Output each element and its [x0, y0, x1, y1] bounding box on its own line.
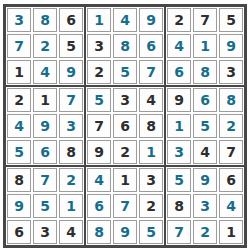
cell-r5c5[interactable]: 6: [113, 114, 137, 138]
cell-r5c3[interactable]: 3: [59, 114, 83, 138]
cell-r4c8[interactable]: 6: [193, 88, 217, 112]
cell-r8c9[interactable]: 4: [219, 194, 243, 218]
cell-r1c4[interactable]: 1: [87, 8, 111, 32]
cell-r5c1[interactable]: 4: [7, 114, 31, 138]
cell-r4c7[interactable]: 9: [167, 88, 191, 112]
cell-r6c1[interactable]: 5: [7, 140, 31, 164]
cell-r3c6[interactable]: 7: [139, 60, 163, 84]
cell-r3c4[interactable]: 2: [87, 60, 111, 84]
cell-r9c9[interactable]: 1: [219, 220, 243, 244]
cell-r2c5[interactable]: 8: [113, 34, 137, 58]
sudoku-box-3: 275419683: [165, 6, 245, 86]
cell-r7c6[interactable]: 3: [139, 168, 163, 192]
cell-r9c1[interactable]: 6: [7, 220, 31, 244]
cell-r8c3[interactable]: 1: [59, 194, 83, 218]
cell-r5c8[interactable]: 5: [193, 114, 217, 138]
cell-r2c4[interactable]: 3: [87, 34, 111, 58]
sudoku-box-5: 534768921: [85, 86, 165, 166]
cell-r1c9[interactable]: 5: [219, 8, 243, 32]
cell-r1c3[interactable]: 6: [59, 8, 83, 32]
sudoku-box-7: 872951634: [5, 166, 85, 246]
cell-r6c5[interactable]: 2: [113, 140, 137, 164]
cell-r2c2[interactable]: 2: [33, 34, 57, 58]
cell-r9c4[interactable]: 8: [87, 220, 111, 244]
cell-r9c2[interactable]: 3: [33, 220, 57, 244]
cell-r4c1[interactable]: 2: [7, 88, 31, 112]
cell-r6c6[interactable]: 1: [139, 140, 163, 164]
cell-r7c2[interactable]: 7: [33, 168, 57, 192]
cell-r5c7[interactable]: 1: [167, 114, 191, 138]
cell-r3c8[interactable]: 8: [193, 60, 217, 84]
sudoku-box-9: 596834721: [165, 166, 245, 246]
cell-r9c7[interactable]: 7: [167, 220, 191, 244]
cell-r4c6[interactable]: 4: [139, 88, 163, 112]
cell-r1c8[interactable]: 7: [193, 8, 217, 32]
sudoku-box-4: 217493568: [5, 86, 85, 166]
cell-r4c2[interactable]: 1: [33, 88, 57, 112]
cell-r3c7[interactable]: 6: [167, 60, 191, 84]
cell-r6c3[interactable]: 8: [59, 140, 83, 164]
cell-r8c4[interactable]: 6: [87, 194, 111, 218]
cell-r8c2[interactable]: 5: [33, 194, 57, 218]
cell-r2c3[interactable]: 5: [59, 34, 83, 58]
cell-r8c8[interactable]: 3: [193, 194, 217, 218]
sudoku-box-2: 149386257: [85, 6, 165, 86]
sudoku-page: 3867251491493862572754196832174935685347…: [0, 0, 250, 251]
cell-r3c9[interactable]: 3: [219, 60, 243, 84]
cell-r7c7[interactable]: 5: [167, 168, 191, 192]
cell-r8c1[interactable]: 9: [7, 194, 31, 218]
cell-r6c8[interactable]: 4: [193, 140, 217, 164]
cell-r6c4[interactable]: 9: [87, 140, 111, 164]
cell-r1c1[interactable]: 3: [7, 8, 31, 32]
cell-r1c2[interactable]: 8: [33, 8, 57, 32]
cell-r1c5[interactable]: 4: [113, 8, 137, 32]
cell-r8c7[interactable]: 8: [167, 194, 191, 218]
cell-r7c9[interactable]: 6: [219, 168, 243, 192]
cell-r5c9[interactable]: 2: [219, 114, 243, 138]
cell-r9c8[interactable]: 2: [193, 220, 217, 244]
cell-r4c4[interactable]: 5: [87, 88, 111, 112]
cell-r3c5[interactable]: 5: [113, 60, 137, 84]
cell-r4c5[interactable]: 3: [113, 88, 137, 112]
sudoku-box-6: 968152347: [165, 86, 245, 166]
sudoku-box-1: 386725149: [5, 6, 85, 86]
cell-r5c4[interactable]: 7: [87, 114, 111, 138]
cell-r9c6[interactable]: 5: [139, 220, 163, 244]
cell-r9c5[interactable]: 9: [113, 220, 137, 244]
cell-r7c3[interactable]: 2: [59, 168, 83, 192]
cell-r1c6[interactable]: 9: [139, 8, 163, 32]
sudoku-board: 3867251491493862572754196832174935685347…: [3, 4, 247, 248]
cell-r5c6[interactable]: 8: [139, 114, 163, 138]
cell-r2c6[interactable]: 6: [139, 34, 163, 58]
cell-r6c2[interactable]: 6: [33, 140, 57, 164]
cell-r4c9[interactable]: 8: [219, 88, 243, 112]
cell-r7c8[interactable]: 9: [193, 168, 217, 192]
cell-r3c1[interactable]: 1: [7, 60, 31, 84]
cell-r7c4[interactable]: 4: [87, 168, 111, 192]
cell-r2c9[interactable]: 9: [219, 34, 243, 58]
cell-r8c6[interactable]: 2: [139, 194, 163, 218]
cell-r4c3[interactable]: 7: [59, 88, 83, 112]
cell-r9c3[interactable]: 4: [59, 220, 83, 244]
cell-r3c2[interactable]: 4: [33, 60, 57, 84]
cell-r2c8[interactable]: 1: [193, 34, 217, 58]
cell-r8c5[interactable]: 7: [113, 194, 137, 218]
cell-r6c7[interactable]: 3: [167, 140, 191, 164]
cell-r7c1[interactable]: 8: [7, 168, 31, 192]
cell-r7c5[interactable]: 1: [113, 168, 137, 192]
cell-r6c9[interactable]: 7: [219, 140, 243, 164]
cell-r2c7[interactable]: 4: [167, 34, 191, 58]
sudoku-box-8: 413672895: [85, 166, 165, 246]
cell-r1c7[interactable]: 2: [167, 8, 191, 32]
cell-r5c2[interactable]: 9: [33, 114, 57, 138]
cell-r2c1[interactable]: 7: [7, 34, 31, 58]
cell-r3c3[interactable]: 9: [59, 60, 83, 84]
